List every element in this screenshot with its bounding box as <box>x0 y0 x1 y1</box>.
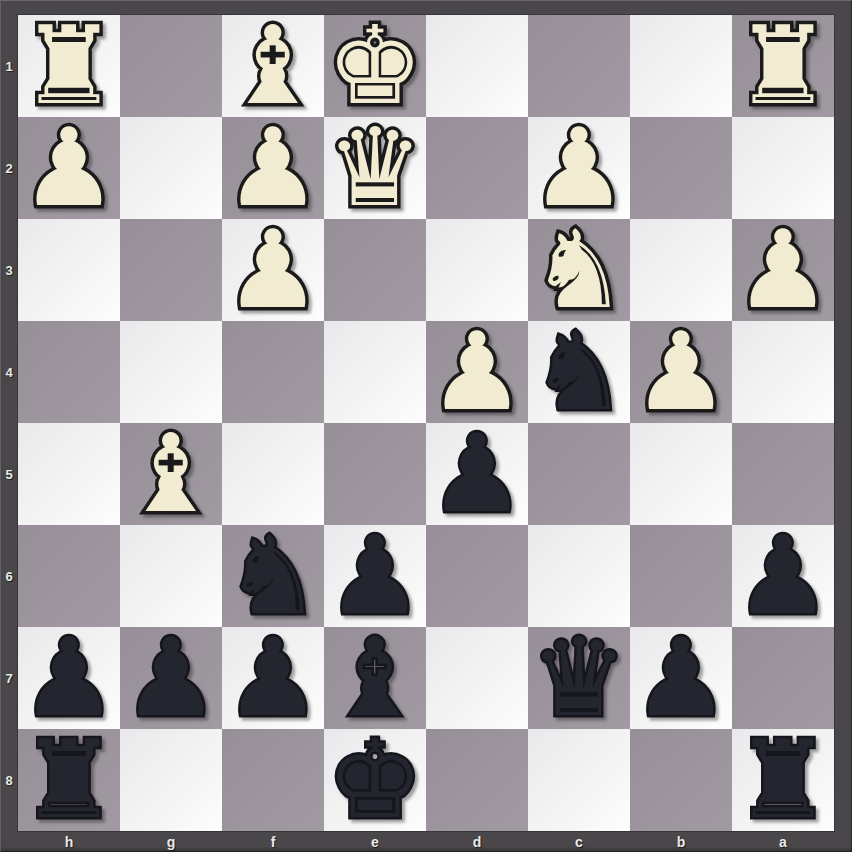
square-f6[interactable] <box>222 525 324 627</box>
square-h6[interactable] <box>18 525 120 627</box>
square-g2[interactable] <box>120 117 222 219</box>
square-d8[interactable] <box>426 729 528 831</box>
rank-label-6: 6 <box>0 525 18 627</box>
square-e2[interactable] <box>324 117 426 219</box>
black-pawn-h7[interactable] <box>18 627 120 729</box>
square-f8[interactable] <box>222 729 324 831</box>
square-d3[interactable] <box>426 219 528 321</box>
black-pawn-f7[interactable] <box>222 627 324 729</box>
square-b2[interactable] <box>630 117 732 219</box>
square-g1[interactable] <box>120 15 222 117</box>
white-king-e1[interactable] <box>324 15 426 117</box>
black-pawn-e6[interactable] <box>324 525 426 627</box>
square-f2[interactable] <box>222 117 324 219</box>
square-c6[interactable] <box>528 525 630 627</box>
square-a3[interactable] <box>732 219 834 321</box>
chess-board <box>18 15 834 831</box>
square-b1[interactable] <box>630 15 732 117</box>
square-d4[interactable] <box>426 321 528 423</box>
square-a1[interactable] <box>732 15 834 117</box>
square-e7[interactable] <box>324 627 426 729</box>
black-knight-f6[interactable] <box>222 525 324 627</box>
square-c5[interactable] <box>528 423 630 525</box>
square-b8[interactable] <box>630 729 732 831</box>
square-g5[interactable] <box>120 423 222 525</box>
white-pawn-b4[interactable] <box>630 321 732 423</box>
file-labels: hgfedcba <box>18 831 834 852</box>
square-b6[interactable] <box>630 525 732 627</box>
black-pawn-a6[interactable] <box>732 525 834 627</box>
black-queen-c7[interactable] <box>528 627 630 729</box>
rank-labels: 12345678 <box>0 15 18 831</box>
rank-label-4: 4 <box>0 321 18 423</box>
file-label-g: g <box>120 831 222 852</box>
black-knight-c4[interactable] <box>528 321 630 423</box>
square-h1[interactable] <box>18 15 120 117</box>
black-rook-h8[interactable] <box>18 729 120 831</box>
black-pawn-b7[interactable] <box>630 627 732 729</box>
square-d1[interactable] <box>426 15 528 117</box>
square-h8[interactable] <box>18 729 120 831</box>
square-e1[interactable] <box>324 15 426 117</box>
rank-label-3: 3 <box>0 219 18 321</box>
square-c4[interactable] <box>528 321 630 423</box>
white-knight-c3[interactable] <box>528 219 630 321</box>
square-h2[interactable] <box>18 117 120 219</box>
file-label-d: d <box>426 831 528 852</box>
square-h7[interactable] <box>18 627 120 729</box>
black-bishop-e7[interactable] <box>324 627 426 729</box>
file-label-c: c <box>528 831 630 852</box>
square-e4[interactable] <box>324 321 426 423</box>
file-label-f: f <box>222 831 324 852</box>
white-bishop-f1[interactable] <box>222 15 324 117</box>
file-label-e: e <box>324 831 426 852</box>
square-b7[interactable] <box>630 627 732 729</box>
square-a7[interactable] <box>732 627 834 729</box>
square-g8[interactable] <box>120 729 222 831</box>
file-label-a: a <box>732 831 834 852</box>
square-f4[interactable] <box>222 321 324 423</box>
square-a8[interactable] <box>732 729 834 831</box>
square-c8[interactable] <box>528 729 630 831</box>
square-d6[interactable] <box>426 525 528 627</box>
white-pawn-f3[interactable] <box>222 219 324 321</box>
rank-label-1: 1 <box>0 15 18 117</box>
square-g6[interactable] <box>120 525 222 627</box>
square-e8[interactable] <box>324 729 426 831</box>
rank-label-2: 2 <box>0 117 18 219</box>
white-pawn-h2[interactable] <box>18 117 120 219</box>
white-pawn-c2[interactable] <box>528 117 630 219</box>
rank-label-8: 8 <box>0 729 18 831</box>
square-h3[interactable] <box>18 219 120 321</box>
white-pawn-a3[interactable] <box>732 219 834 321</box>
square-g4[interactable] <box>120 321 222 423</box>
rank-label-5: 5 <box>0 423 18 525</box>
square-f1[interactable] <box>222 15 324 117</box>
black-king-e8[interactable] <box>324 729 426 831</box>
square-b5[interactable] <box>630 423 732 525</box>
square-a4[interactable] <box>732 321 834 423</box>
white-pawn-f2[interactable] <box>222 117 324 219</box>
square-h4[interactable] <box>18 321 120 423</box>
black-pawn-g7[interactable] <box>120 627 222 729</box>
square-f5[interactable] <box>222 423 324 525</box>
square-b3[interactable] <box>630 219 732 321</box>
square-h5[interactable] <box>18 423 120 525</box>
square-d5[interactable] <box>426 423 528 525</box>
square-c1[interactable] <box>528 15 630 117</box>
square-c2[interactable] <box>528 117 630 219</box>
square-f7[interactable] <box>222 627 324 729</box>
square-e6[interactable] <box>324 525 426 627</box>
square-f3[interactable] <box>222 219 324 321</box>
square-d7[interactable] <box>426 627 528 729</box>
chess-board-frame: 12345678 hgfedcba <box>0 0 852 852</box>
square-c7[interactable] <box>528 627 630 729</box>
black-pawn-d5[interactable] <box>426 423 528 525</box>
square-e3[interactable] <box>324 219 426 321</box>
white-bishop-g5[interactable] <box>120 423 222 525</box>
white-queen-e2[interactable] <box>324 117 426 219</box>
square-e5[interactable] <box>324 423 426 525</box>
square-c3[interactable] <box>528 219 630 321</box>
black-rook-a8[interactable] <box>732 729 834 831</box>
square-g7[interactable] <box>120 627 222 729</box>
square-g3[interactable] <box>120 219 222 321</box>
white-rook-a1[interactable] <box>732 15 834 117</box>
square-a5[interactable] <box>732 423 834 525</box>
square-a6[interactable] <box>732 525 834 627</box>
square-d2[interactable] <box>426 117 528 219</box>
file-label-h: h <box>18 831 120 852</box>
file-label-b: b <box>630 831 732 852</box>
square-b4[interactable] <box>630 321 732 423</box>
white-rook-h1[interactable] <box>18 15 120 117</box>
rank-label-7: 7 <box>0 627 18 729</box>
white-pawn-d4[interactable] <box>426 321 528 423</box>
square-a2[interactable] <box>732 117 834 219</box>
